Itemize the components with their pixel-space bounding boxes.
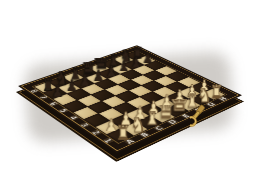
- chess-set-photo: ♜♞♝♛♚♝♞♜♟♟♟♟♟♟♟♟♟♟♟♟♟♟♟♟♜♞♝♛♚♝♞♜ ABCDEFG…: [0, 0, 260, 191]
- file-label-a: A: [123, 138, 137, 146]
- piece-white-rook: ♜: [210, 83, 223, 101]
- file-label-b: B: [138, 131, 152, 138]
- piece-white-pawn: ♟: [198, 77, 210, 94]
- piece-black-rook: ♜: [132, 45, 143, 61]
- piece-anchor: ♟: [196, 77, 212, 93]
- file-label-h: H: [217, 96, 230, 102]
- file-label-c: C: [152, 125, 165, 132]
- piece-black-queen: ♛: [80, 49, 97, 79]
- piece-anchor: ♜: [208, 83, 224, 99]
- rank-label-7: 7: [37, 95, 49, 101]
- brass-clasp: [190, 103, 220, 135]
- rank-label-5: 5: [57, 108, 69, 114]
